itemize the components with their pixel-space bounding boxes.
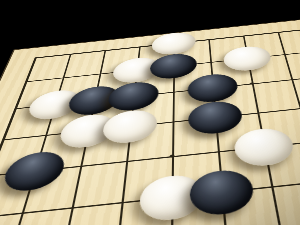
grid-cell[interactable] (73, 161, 127, 207)
board-surface[interactable] (0, 14, 300, 225)
go-board-photo (0, 0, 300, 225)
